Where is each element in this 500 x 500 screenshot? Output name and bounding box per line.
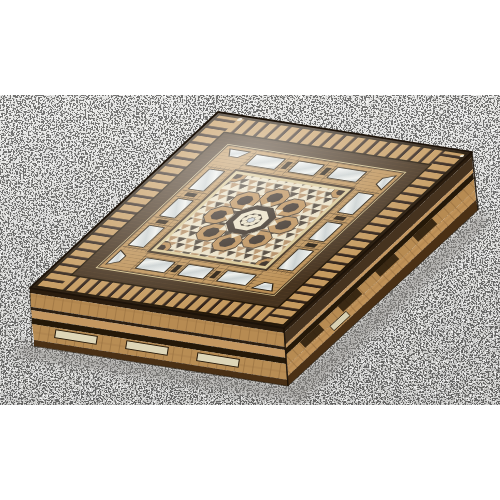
letterbox-top	[0, 0, 500, 95]
photo-frame	[0, 0, 500, 500]
letterbox-bottom	[0, 405, 500, 500]
scene-svg	[0, 95, 500, 405]
photograph	[0, 95, 500, 405]
